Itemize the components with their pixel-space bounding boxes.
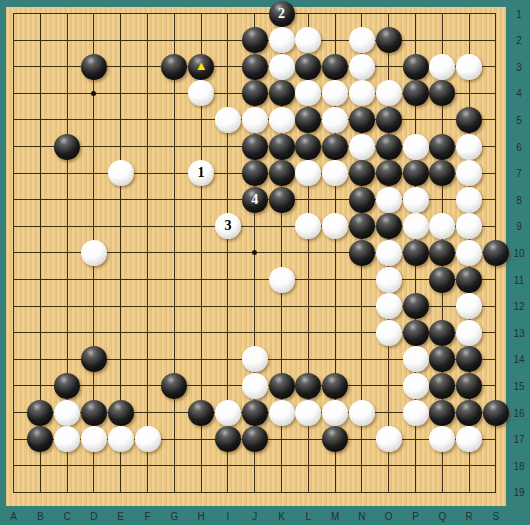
white-stone[interactable] [269,267,295,293]
white-stone[interactable] [135,426,161,452]
white-stone[interactable] [188,80,214,106]
white-stone[interactable] [376,320,402,346]
white-stone[interactable] [295,213,321,239]
row-label: 15 [510,381,528,392]
white-stone[interactable] [403,187,429,213]
move-number-label: 2 [278,7,285,21]
black-stone[interactable] [403,54,429,80]
white-stone[interactable] [403,346,429,372]
black-stone[interactable] [456,267,482,293]
black-stone[interactable] [376,160,402,186]
column-label: Q [436,511,448,522]
black-stone[interactable] [376,27,402,53]
black-stone[interactable] [403,240,429,266]
star-point [252,250,257,255]
black-stone[interactable] [403,80,429,106]
white-stone[interactable] [456,240,482,266]
black-stone[interactable] [269,187,295,213]
black-stone[interactable] [188,400,214,426]
row-label: 19 [510,487,528,498]
column-label: P [410,511,422,522]
column-label: I [222,511,234,522]
column-label: L [302,511,314,522]
black-stone[interactable] [161,373,187,399]
white-stone[interactable] [376,240,402,266]
white-stone[interactable] [81,240,107,266]
white-stone[interactable] [322,107,348,133]
white-stone[interactable] [295,80,321,106]
black-stone[interactable] [161,54,187,80]
row-label: 10 [510,248,528,259]
column-label: S [490,511,502,522]
black-stone[interactable] [27,426,53,452]
white-stone[interactable] [81,426,107,452]
white-stone[interactable] [376,187,402,213]
column-label: O [383,511,395,522]
black-stone[interactable] [54,373,80,399]
white-stone[interactable] [376,426,402,452]
row-label: 18 [510,461,528,472]
triangle-marker: ▲ [195,59,208,72]
white-stone[interactable] [349,54,375,80]
white-stone[interactable] [269,400,295,426]
black-stone[interactable] [429,80,455,106]
column-label: R [463,511,475,522]
column-label: D [88,511,100,522]
black-stone[interactable] [242,134,268,160]
black-stone[interactable]: 2 [269,1,295,27]
black-stone[interactable] [269,134,295,160]
move-number-label: 4 [251,193,258,207]
white-stone[interactable] [269,107,295,133]
white-stone[interactable] [349,134,375,160]
row-label: 9 [510,221,528,232]
black-stone[interactable] [349,240,375,266]
column-label: F [142,511,154,522]
black-stone[interactable] [81,346,107,372]
black-stone[interactable] [242,27,268,53]
row-label: 12 [510,301,528,312]
white-stone[interactable] [456,293,482,319]
star-point [91,91,96,96]
black-stone[interactable] [242,426,268,452]
black-stone[interactable] [295,54,321,80]
black-stone[interactable] [403,293,429,319]
white-stone[interactable] [429,426,455,452]
black-stone[interactable]: 4 [242,187,268,213]
column-label: H [195,511,207,522]
row-label: 7 [510,168,528,179]
white-stone[interactable] [295,27,321,53]
black-stone[interactable] [483,240,509,266]
black-stone[interactable] [456,346,482,372]
black-stone[interactable] [269,373,295,399]
column-label: B [34,511,46,522]
white-stone[interactable] [108,160,134,186]
white-stone[interactable] [456,320,482,346]
white-stone[interactable] [349,80,375,106]
black-stone[interactable] [349,107,375,133]
black-stone[interactable]: ▲ [188,54,214,80]
black-stone[interactable] [322,373,348,399]
white-stone[interactable] [456,54,482,80]
black-stone[interactable] [322,54,348,80]
white-stone[interactable] [456,426,482,452]
white-stone[interactable] [269,54,295,80]
row-label: 13 [510,328,528,339]
white-stone[interactable] [429,54,455,80]
black-stone[interactable] [376,134,402,160]
column-label: G [168,511,180,522]
white-stone[interactable] [215,400,241,426]
black-stone[interactable] [403,320,429,346]
column-label: E [115,511,127,522]
white-stone[interactable] [403,373,429,399]
white-stone[interactable] [429,213,455,239]
go-board[interactable]: 2▲143 [6,7,506,506]
black-stone[interactable] [108,400,134,426]
black-stone[interactable] [376,213,402,239]
row-label: 6 [510,142,528,153]
white-stone[interactable] [269,27,295,53]
black-stone[interactable] [349,160,375,186]
white-stone[interactable] [295,400,321,426]
white-stone[interactable] [322,80,348,106]
black-stone[interactable] [269,80,295,106]
white-stone[interactable] [295,160,321,186]
go-game-window: 2▲143 ABCDEFGHIJKLMNOPQRS123456789101112… [0,0,530,525]
white-stone[interactable] [456,187,482,213]
white-stone[interactable]: 3 [215,213,241,239]
black-stone[interactable] [429,346,455,372]
row-label: 3 [510,62,528,73]
black-stone[interactable] [269,160,295,186]
row-label: 1 [510,9,528,20]
white-stone[interactable] [322,160,348,186]
white-stone[interactable] [349,400,375,426]
black-stone[interactable] [295,107,321,133]
white-stone[interactable] [108,426,134,452]
row-label: 11 [510,275,528,286]
white-stone[interactable] [242,373,268,399]
black-stone[interactable] [54,134,80,160]
black-stone[interactable] [242,80,268,106]
white-stone[interactable] [54,426,80,452]
column-label: A [8,511,20,522]
white-stone[interactable] [322,213,348,239]
white-stone[interactable] [456,213,482,239]
column-label: C [61,511,73,522]
black-stone[interactable] [429,240,455,266]
black-stone[interactable] [456,107,482,133]
black-stone[interactable] [81,54,107,80]
column-label: M [329,511,341,522]
move-number-label: 3 [224,219,231,233]
row-label: 17 [510,434,528,445]
white-stone[interactable] [403,134,429,160]
white-stone[interactable] [322,400,348,426]
black-stone[interactable] [376,107,402,133]
row-label: 5 [510,115,528,126]
black-stone[interactable] [27,400,53,426]
row-label: 8 [510,195,528,206]
white-stone[interactable] [376,80,402,106]
black-stone[interactable] [242,54,268,80]
white-stone[interactable]: 1 [188,160,214,186]
row-label: 16 [510,408,528,419]
white-stone[interactable] [215,107,241,133]
black-stone[interactable] [456,373,482,399]
black-stone[interactable] [483,400,509,426]
white-stone[interactable] [456,160,482,186]
black-stone[interactable] [322,426,348,452]
black-stone[interactable] [429,320,455,346]
move-number-label: 1 [198,166,205,180]
black-stone[interactable] [322,134,348,160]
white-stone[interactable] [349,27,375,53]
black-stone[interactable] [349,213,375,239]
column-label: K [276,511,288,522]
black-stone[interactable] [429,134,455,160]
white-stone[interactable] [242,107,268,133]
row-label: 4 [510,88,528,99]
white-stone[interactable] [403,400,429,426]
black-stone[interactable] [429,400,455,426]
black-stone[interactable] [295,134,321,160]
white-stone[interactable] [54,400,80,426]
black-stone[interactable] [429,160,455,186]
row-label: 2 [510,35,528,46]
row-label: 14 [510,354,528,365]
black-stone[interactable] [215,426,241,452]
white-stone[interactable] [376,267,402,293]
black-stone[interactable] [456,400,482,426]
white-stone[interactable] [403,213,429,239]
black-stone[interactable] [295,373,321,399]
white-stone[interactable] [456,134,482,160]
black-stone[interactable] [429,267,455,293]
grid-line-horizontal [13,13,496,14]
column-label: J [249,511,261,522]
black-stone[interactable] [242,160,268,186]
black-stone[interactable] [429,373,455,399]
black-stone[interactable] [349,187,375,213]
column-label: N [356,511,368,522]
black-stone[interactable] [403,160,429,186]
white-stone[interactable] [376,293,402,319]
white-stone[interactable] [242,346,268,372]
black-stone[interactable] [242,400,268,426]
grid-line-horizontal [13,492,496,493]
grid-line-horizontal [13,465,496,466]
black-stone[interactable] [81,400,107,426]
grid-line-horizontal [13,279,496,280]
